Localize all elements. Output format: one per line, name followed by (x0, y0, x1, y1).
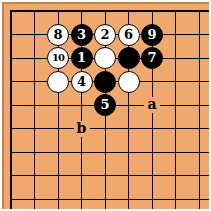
go-corner-diagram: 83269101745 ab (0, 0, 211, 211)
point-label-b: b (74, 121, 90, 137)
point-labels-layer: ab (0, 0, 211, 211)
point-label-a: a (144, 97, 160, 113)
